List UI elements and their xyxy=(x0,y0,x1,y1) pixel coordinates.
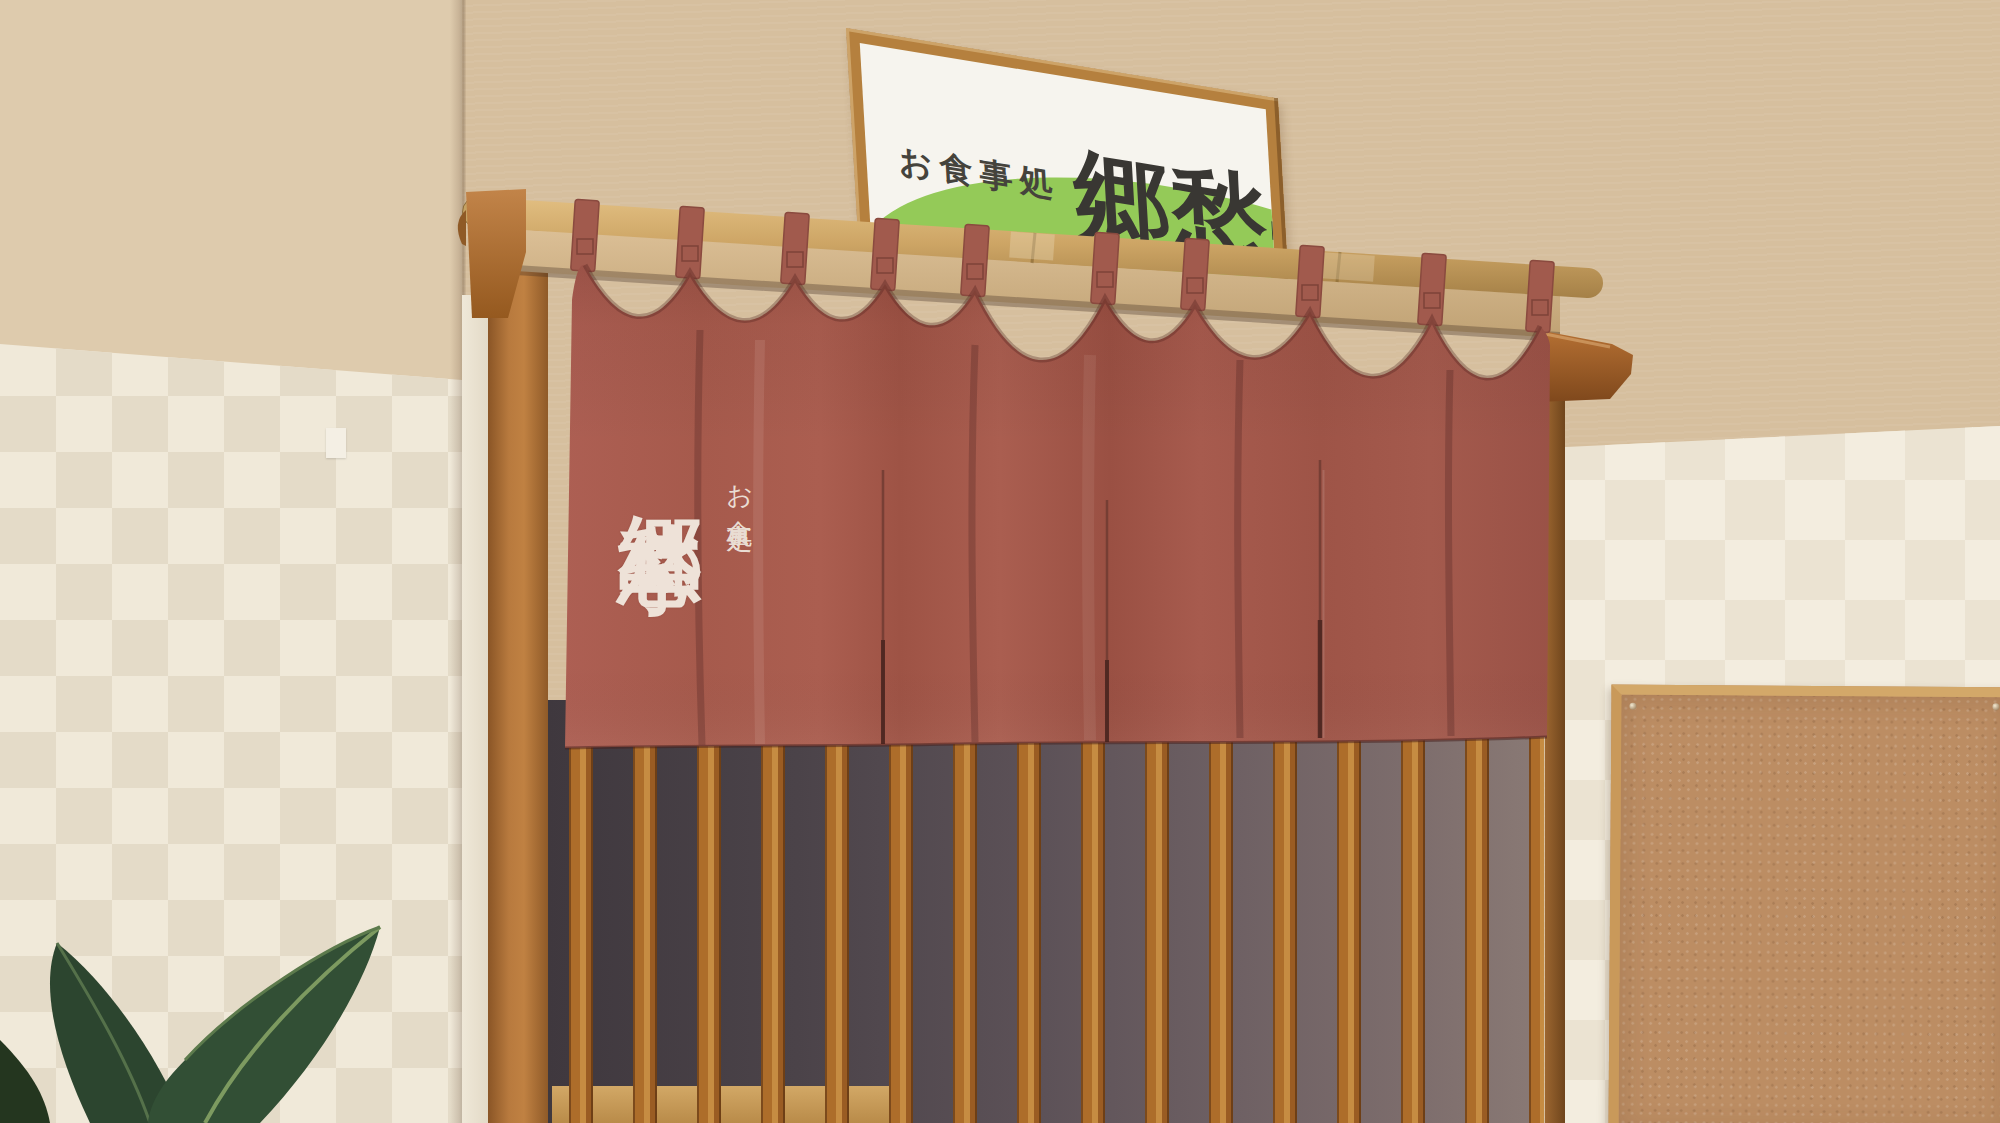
noren-tab xyxy=(1526,260,1555,332)
noren-text-large: 郷愁亭 xyxy=(612,448,718,758)
pole-bracket-left-hook xyxy=(458,210,466,246)
pole-tape-2 xyxy=(1321,252,1375,281)
noren-text-small: お食事処 xyxy=(720,466,758,626)
pole-tape-1 xyxy=(1009,232,1055,261)
scene-svg xyxy=(0,0,2000,1123)
noren-tab xyxy=(571,199,600,271)
pole-bracket-left xyxy=(466,189,526,318)
plant-leaf-corner xyxy=(0,1040,50,1123)
restaurant-entrance-scene: お食事処 郷愁亭 xyxy=(0,0,2000,1123)
plant xyxy=(0,927,380,1123)
